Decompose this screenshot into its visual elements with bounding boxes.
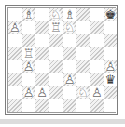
square-h1[interactable]: [104, 99, 118, 112]
chess-diagram: ♗♘♗♚♙♖♘♖♙♙♙♛♙♙♘♙: [0, 0, 125, 127]
board-frame: ♗♘♗♚♙♖♘♖♙♙♙♛♙♙♘♙: [5, 5, 118, 115]
white-bishop-piece[interactable]: ♗: [22, 8, 36, 21]
square-g4[interactable]: [90, 60, 104, 73]
square-b2[interactable]: ♙: [22, 86, 36, 99]
square-c6[interactable]: [35, 34, 49, 47]
square-g8[interactable]: [90, 8, 104, 21]
square-f6[interactable]: [76, 34, 90, 47]
square-d5[interactable]: [49, 47, 63, 60]
white-knight-piece[interactable]: ♘: [76, 86, 90, 99]
square-a6[interactable]: [8, 34, 22, 47]
square-h3[interactable]: ♛: [104, 73, 118, 86]
square-f5[interactable]: [76, 47, 90, 60]
square-g1[interactable]: [90, 99, 104, 112]
square-d3[interactable]: [49, 73, 63, 86]
square-d7[interactable]: ♖: [49, 21, 63, 34]
square-h7[interactable]: [104, 21, 118, 34]
square-c1[interactable]: [35, 99, 49, 112]
board-inner-frame: ♗♘♗♚♙♖♘♖♙♙♙♛♙♙♘♙: [7, 7, 116, 113]
square-a2[interactable]: [8, 86, 22, 99]
square-f7[interactable]: [76, 21, 90, 34]
square-e2[interactable]: [63, 86, 77, 99]
square-g5[interactable]: [90, 47, 104, 60]
square-c8[interactable]: [35, 8, 49, 21]
white-pawn-piece[interactable]: ♙: [22, 60, 36, 73]
square-b1[interactable]: [22, 99, 36, 112]
square-e5[interactable]: [63, 47, 77, 60]
black-queen-piece[interactable]: ♛: [104, 73, 118, 86]
white-knight-piece[interactable]: ♘: [63, 21, 77, 34]
white-rook-piece[interactable]: ♖: [49, 21, 63, 34]
square-f2[interactable]: ♘: [76, 86, 90, 99]
square-f1[interactable]: [76, 99, 90, 112]
square-g7[interactable]: [90, 21, 104, 34]
square-a7[interactable]: ♙: [8, 21, 22, 34]
square-e1[interactable]: [63, 99, 77, 112]
square-b4[interactable]: ♙: [22, 60, 36, 73]
black-king-piece[interactable]: ♚: [104, 8, 118, 21]
square-c5[interactable]: [35, 47, 49, 60]
footer-strip: [0, 119, 125, 124]
square-g6[interactable]: [90, 34, 104, 47]
square-c2[interactable]: ♙: [35, 86, 49, 99]
square-c4[interactable]: [35, 60, 49, 73]
square-g2[interactable]: ♙: [90, 86, 104, 99]
white-pawn-piece[interactable]: ♙: [22, 86, 36, 99]
chess-board: ♗♘♗♚♙♖♘♖♙♙♙♛♙♙♘♙: [8, 8, 115, 112]
square-c7[interactable]: [35, 21, 49, 34]
square-a1[interactable]: [8, 99, 22, 112]
square-e7[interactable]: ♘: [63, 21, 77, 34]
white-pawn-piece[interactable]: ♙: [90, 86, 104, 99]
square-f8[interactable]: [76, 8, 90, 21]
square-f4[interactable]: [76, 60, 90, 73]
square-e3[interactable]: ♙: [63, 73, 77, 86]
white-pawn-piece[interactable]: ♙: [63, 73, 77, 86]
square-d2[interactable]: [49, 86, 63, 99]
square-b7[interactable]: [22, 21, 36, 34]
square-a5[interactable]: [8, 47, 22, 60]
square-b8[interactable]: ♗: [22, 8, 36, 21]
square-h8[interactable]: ♚: [104, 8, 118, 21]
square-d6[interactable]: [49, 34, 63, 47]
square-a4[interactable]: [8, 60, 22, 73]
white-pawn-piece[interactable]: ♙: [35, 86, 49, 99]
white-pawn-piece[interactable]: ♙: [8, 21, 22, 34]
square-e6[interactable]: [63, 34, 77, 47]
square-d1[interactable]: [49, 99, 63, 112]
square-h2[interactable]: [104, 86, 118, 99]
square-d4[interactable]: [49, 60, 63, 73]
square-h6[interactable]: [104, 34, 118, 47]
square-a3[interactable]: [8, 73, 22, 86]
